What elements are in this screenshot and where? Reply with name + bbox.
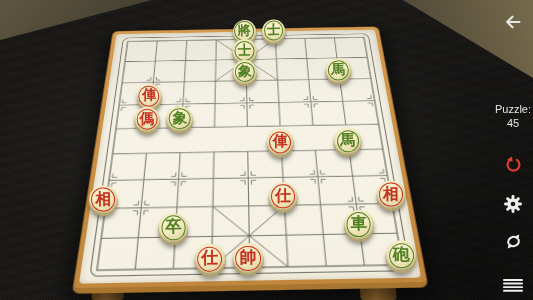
piece-character: 仕: [275, 188, 291, 204]
piece-車-h8[interactable]: 車: [344, 210, 373, 239]
piece-character: 將: [238, 24, 251, 37]
piece-卒-c8[interactable]: 卒: [159, 213, 188, 242]
puzzle-label: Puzzle:: [485, 103, 533, 117]
piece-馬-h5[interactable]: 馬: [334, 127, 361, 154]
undo-button[interactable]: [499, 152, 527, 176]
piece-character: 俥: [142, 88, 156, 102]
piece-character: 象: [173, 111, 188, 126]
piece-character: 相: [383, 186, 399, 202]
piece-傌-b4[interactable]: 傌: [134, 106, 160, 132]
back-button[interactable]: [499, 10, 527, 34]
undo-icon: [505, 156, 522, 173]
piece-character: 俥: [272, 134, 287, 149]
piece-士-f0[interactable]: 士: [262, 19, 285, 42]
piece-character: 砲: [393, 247, 410, 264]
refresh-icon: [505, 233, 522, 250]
piece-相-a7[interactable]: 相: [89, 185, 117, 213]
piece-character: 車: [351, 216, 367, 232]
hamburger-menu-icon: [503, 279, 523, 292]
piece-character: 帥: [240, 249, 257, 266]
piece-俥-f5[interactable]: 俥: [267, 129, 294, 156]
piece-象-e2[interactable]: 象: [233, 60, 258, 85]
piece-character: 馬: [340, 133, 355, 148]
puzzle-counter: Puzzle: 45: [485, 103, 533, 130]
piece-砲-i9[interactable]: 砲: [386, 240, 416, 270]
piece-俥-b3[interactable]: 俥: [137, 83, 162, 108]
pieces-layer: 將士士象馬俥傌象俥馬相仕相卒車仕帥砲: [0, 0, 533, 300]
piece-帥-e9[interactable]: 帥: [233, 243, 263, 273]
piece-character: 士: [238, 44, 251, 57]
piece-character: 卒: [165, 219, 181, 235]
menu-button[interactable]: [499, 273, 527, 297]
back-arrow-icon: [503, 14, 523, 30]
restart-button[interactable]: [499, 229, 527, 253]
piece-character: 仕: [201, 250, 218, 267]
piece-相-i7[interactable]: 相: [377, 180, 405, 208]
piece-character: 傌: [140, 112, 155, 127]
board-scene: 將士士象馬俥傌象俥馬相仕相卒車仕帥砲: [0, 0, 533, 300]
gear-icon: [503, 194, 523, 214]
piece-character: 象: [238, 65, 252, 79]
puzzle-number: 45: [485, 117, 533, 131]
settings-button[interactable]: [499, 192, 527, 216]
control-sidebar: Puzzle: 45: [499, 0, 527, 300]
piece-character: 相: [95, 191, 111, 207]
piece-象-c4[interactable]: 象: [167, 106, 193, 132]
piece-character: 馬: [331, 63, 345, 77]
piece-馬-h2[interactable]: 馬: [326, 58, 351, 83]
piece-仕-f7[interactable]: 仕: [269, 182, 297, 210]
piece-character: 士: [267, 24, 280, 37]
piece-仕-d9[interactable]: 仕: [195, 244, 225, 274]
